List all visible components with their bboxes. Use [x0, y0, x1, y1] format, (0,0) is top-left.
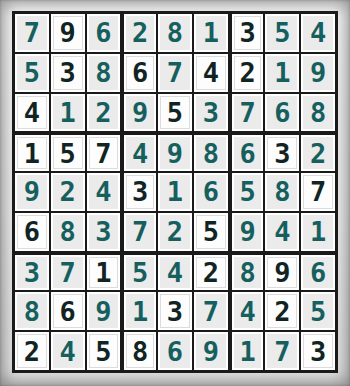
- sudoku-cell-r8c7[interactable]: 4: [230, 292, 264, 330]
- sudoku-cell-r9c4[interactable]: 8: [122, 332, 156, 370]
- sudoku-cell-r5c1[interactable]: 9: [15, 173, 49, 211]
- sudoku-cell-r3c1[interactable]: 4: [15, 94, 49, 132]
- sudoku-cell-r1c3[interactable]: 6: [87, 14, 121, 52]
- sudoku-cell-r2c4[interactable]: 6: [122, 54, 156, 92]
- sudoku-cell-r4c8[interactable]: 3: [265, 133, 299, 171]
- sudoku-cell-r2c1[interactable]: 5: [15, 54, 49, 92]
- sudoku-cell-r1c4[interactable]: 2: [122, 14, 156, 52]
- sudoku-cell-r3c3[interactable]: 2: [87, 94, 121, 132]
- sudoku-cell-r9c8[interactable]: 7: [265, 332, 299, 370]
- sudoku-cell-r9c5[interactable]: 6: [158, 332, 192, 370]
- sudoku-cell-r1c8[interactable]: 5: [265, 14, 299, 52]
- sudoku-cell-r5c7[interactable]: 5: [230, 173, 264, 211]
- sudoku-cell-r2c3[interactable]: 8: [87, 54, 121, 92]
- sudoku-cell-r8c2[interactable]: 6: [51, 292, 85, 330]
- sudoku-cell-r5c3[interactable]: 4: [87, 173, 121, 211]
- sudoku-cell-r3c7[interactable]: 7: [230, 94, 264, 132]
- sudoku-cell-r3c9[interactable]: 8: [301, 94, 335, 132]
- sudoku-cell-r1c5[interactable]: 8: [158, 14, 192, 52]
- sudoku-cell-r9c9[interactable]: 3: [301, 332, 335, 370]
- sudoku-cell-r9c1[interactable]: 2: [15, 332, 49, 370]
- sudoku-cell-r1c7[interactable]: 3: [230, 14, 264, 52]
- sudoku-cell-r8c6[interactable]: 7: [194, 292, 228, 330]
- sudoku-cell-r1c1[interactable]: 7: [15, 14, 49, 52]
- sudoku-cell-r4c2[interactable]: 5: [51, 133, 85, 171]
- sudoku-cell-r7c4[interactable]: 5: [122, 253, 156, 291]
- sudoku-cell-r1c9[interactable]: 4: [301, 14, 335, 52]
- sudoku-cell-r8c9[interactable]: 5: [301, 292, 335, 330]
- sudoku-cell-r6c2[interactable]: 8: [51, 213, 85, 251]
- sudoku-cell-r6c1[interactable]: 6: [15, 213, 49, 251]
- sudoku-cell-r3c5[interactable]: 5: [158, 94, 192, 132]
- sudoku-cell-r7c9[interactable]: 6: [301, 253, 335, 291]
- sudoku-cell-r4c7[interactable]: 6: [230, 133, 264, 171]
- sudoku-cell-r2c8[interactable]: 1: [265, 54, 299, 92]
- sudoku-cell-r5c8[interactable]: 8: [265, 173, 299, 211]
- sudoku-cell-r8c4[interactable]: 1: [122, 292, 156, 330]
- sudoku-cell-r8c1[interactable]: 8: [15, 292, 49, 330]
- sudoku-cell-r4c5[interactable]: 9: [158, 133, 192, 171]
- sudoku-cell-r4c1[interactable]: 1: [15, 133, 49, 171]
- sudoku-cell-r6c9[interactable]: 1: [301, 213, 335, 251]
- sudoku-cell-r9c6[interactable]: 9: [194, 332, 228, 370]
- sudoku-cell-r6c8[interactable]: 4: [265, 213, 299, 251]
- sudoku-cell-r5c4[interactable]: 3: [122, 173, 156, 211]
- sudoku-cell-r3c2[interactable]: 1: [51, 94, 85, 132]
- sudoku-cell-r1c2[interactable]: 9: [51, 14, 85, 52]
- sudoku-cell-r9c7[interactable]: 1: [230, 332, 264, 370]
- sudoku-cell-r9c3[interactable]: 5: [87, 332, 121, 370]
- sudoku-cell-r3c8[interactable]: 6: [265, 94, 299, 132]
- sudoku-cell-r5c6[interactable]: 6: [194, 173, 228, 211]
- sudoku-cell-r2c6[interactable]: 4: [194, 54, 228, 92]
- sudoku-cell-r6c5[interactable]: 2: [158, 213, 192, 251]
- sudoku-cell-r2c5[interactable]: 7: [158, 54, 192, 92]
- sudoku-cell-r2c9[interactable]: 9: [301, 54, 335, 92]
- sudoku-cell-r4c3[interactable]: 7: [87, 133, 121, 171]
- sudoku-cell-r3c4[interactable]: 9: [122, 94, 156, 132]
- sudoku-board: 7962813545386742194129537681574986329243…: [12, 11, 338, 373]
- sudoku-cell-r7c3[interactable]: 1: [87, 253, 121, 291]
- sudoku-cell-r7c7[interactable]: 8: [230, 253, 264, 291]
- sudoku-cell-r7c2[interactable]: 7: [51, 253, 85, 291]
- sudoku-cell-r5c5[interactable]: 1: [158, 173, 192, 211]
- sudoku-cell-r9c2[interactable]: 4: [51, 332, 85, 370]
- sudoku-cell-r5c2[interactable]: 2: [51, 173, 85, 211]
- sudoku-cell-r8c5[interactable]: 3: [158, 292, 192, 330]
- sudoku-cell-r8c3[interactable]: 9: [87, 292, 121, 330]
- sudoku-page: 7962813545386742194129537681574986329243…: [0, 0, 350, 386]
- sudoku-cell-r7c1[interactable]: 3: [15, 253, 49, 291]
- sudoku-cell-r6c6[interactable]: 5: [194, 213, 228, 251]
- sudoku-cell-r4c9[interactable]: 2: [301, 133, 335, 171]
- sudoku-cell-r6c4[interactable]: 7: [122, 213, 156, 251]
- sudoku-cell-r2c2[interactable]: 3: [51, 54, 85, 92]
- sudoku-cell-r8c8[interactable]: 2: [265, 292, 299, 330]
- sudoku-cell-r7c8[interactable]: 9: [265, 253, 299, 291]
- sudoku-cell-r6c7[interactable]: 9: [230, 213, 264, 251]
- sudoku-cell-r4c4[interactable]: 4: [122, 133, 156, 171]
- sudoku-cell-r6c3[interactable]: 3: [87, 213, 121, 251]
- sudoku-cell-r5c9[interactable]: 7: [301, 173, 335, 211]
- sudoku-cell-r7c5[interactable]: 4: [158, 253, 192, 291]
- sudoku-cell-r4c6[interactable]: 8: [194, 133, 228, 171]
- sudoku-cell-r7c6[interactable]: 2: [194, 253, 228, 291]
- sudoku-cell-r2c7[interactable]: 2: [230, 54, 264, 92]
- sudoku-cell-r1c6[interactable]: 1: [194, 14, 228, 52]
- sudoku-cell-r3c6[interactable]: 3: [194, 94, 228, 132]
